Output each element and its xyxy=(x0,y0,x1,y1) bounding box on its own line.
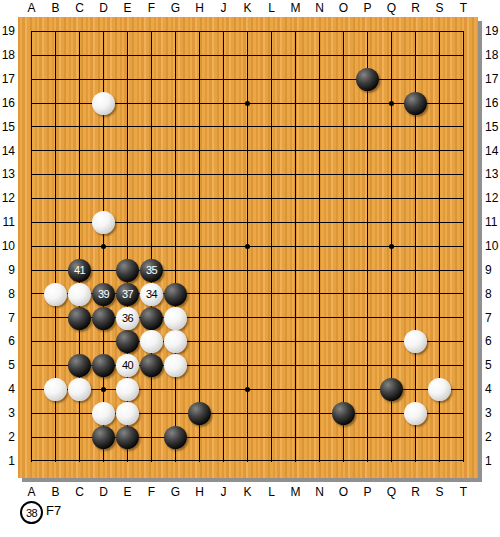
row-label-right-11: 11 xyxy=(485,215,500,230)
col-label-top-K: K xyxy=(236,1,260,15)
stone-black-C9: 41 xyxy=(68,259,91,282)
row-label-right-7: 7 xyxy=(485,311,500,326)
row-label-right-4: 4 xyxy=(485,382,500,397)
stone-white-C4 xyxy=(68,378,91,401)
col-label-top-N: N xyxy=(308,1,332,15)
star-point-D4 xyxy=(101,387,106,392)
row-label-left-11: 11 xyxy=(0,215,15,230)
col-label-bottom-L: L xyxy=(260,485,284,499)
col-label-top-T: T xyxy=(452,1,476,15)
row-label-left-7: 7 xyxy=(0,311,15,326)
col-label-bottom-A: A xyxy=(20,485,44,499)
row-label-right-12: 12 xyxy=(485,191,500,206)
col-label-top-S: S xyxy=(428,1,452,15)
star-point-K10 xyxy=(245,244,250,249)
stone-black-D2 xyxy=(92,426,115,449)
stone-black-H3 xyxy=(188,402,211,425)
stone-white-B4 xyxy=(44,378,67,401)
col-label-top-R: R xyxy=(404,1,428,15)
col-label-bottom-G: G xyxy=(164,485,188,499)
row-label-left-4: 4 xyxy=(0,382,15,397)
col-label-top-D: D xyxy=(92,1,116,15)
row-label-right-5: 5 xyxy=(485,358,500,373)
row-label-left-3: 3 xyxy=(0,406,15,421)
stone-black-E9 xyxy=(116,259,139,282)
col-label-bottom-Q: Q xyxy=(380,485,404,499)
col-label-bottom-P: P xyxy=(356,485,380,499)
stone-black-E8: 37 xyxy=(116,283,139,306)
col-label-top-F: F xyxy=(140,1,164,15)
stone-black-O3 xyxy=(332,402,355,425)
star-point-K16 xyxy=(245,101,250,106)
caption-move-stone-icon: 38 xyxy=(20,501,43,524)
col-label-bottom-C: C xyxy=(68,485,92,499)
col-label-bottom-B: B xyxy=(44,485,68,499)
col-label-top-O: O xyxy=(332,1,356,15)
row-label-right-17: 17 xyxy=(485,72,500,87)
row-label-right-8: 8 xyxy=(485,287,500,302)
col-label-top-E: E xyxy=(116,1,140,15)
col-label-bottom-R: R xyxy=(404,485,428,499)
col-label-bottom-E: E xyxy=(116,485,140,499)
stone-white-S4 xyxy=(428,378,451,401)
stone-black-F7 xyxy=(140,307,163,330)
stone-black-G2 xyxy=(164,426,187,449)
star-point-D10 xyxy=(101,244,106,249)
stone-white-F6 xyxy=(140,330,163,353)
stone-white-D16 xyxy=(92,92,115,115)
row-label-right-3: 3 xyxy=(485,406,500,421)
row-label-right-1: 1 xyxy=(485,454,500,469)
row-label-left-15: 15 xyxy=(0,120,15,135)
stone-white-R6 xyxy=(404,330,427,353)
stone-white-D3 xyxy=(92,402,115,425)
stone-white-E7: 36 xyxy=(116,307,139,330)
stone-white-R3 xyxy=(404,402,427,425)
stone-white-G5 xyxy=(164,354,187,377)
row-label-right-14: 14 xyxy=(485,144,500,159)
row-label-left-17: 17 xyxy=(0,72,15,87)
stone-black-D5 xyxy=(92,354,115,377)
stone-layer: 41353937343640 xyxy=(20,20,476,473)
col-label-bottom-T: T xyxy=(452,485,476,499)
star-point-Q10 xyxy=(389,244,394,249)
row-label-right-16: 16 xyxy=(485,96,500,111)
row-label-right-2: 2 xyxy=(485,430,500,445)
stone-black-E2 xyxy=(116,426,139,449)
stone-black-D8: 39 xyxy=(92,283,115,306)
row-label-left-16: 16 xyxy=(0,96,15,111)
star-point-Q16 xyxy=(389,101,394,106)
row-label-left-5: 5 xyxy=(0,358,15,373)
stone-black-F5 xyxy=(140,354,163,377)
stone-white-E4 xyxy=(116,378,139,401)
row-label-left-10: 10 xyxy=(0,239,15,254)
col-label-bottom-J: J xyxy=(212,485,236,499)
row-label-left-2: 2 xyxy=(0,430,15,445)
row-label-left-6: 6 xyxy=(0,334,15,349)
col-label-bottom-F: F xyxy=(140,485,164,499)
stone-white-F8: 34 xyxy=(140,283,163,306)
stone-white-D11 xyxy=(92,211,115,234)
row-label-left-12: 12 xyxy=(0,191,15,206)
col-label-bottom-S: S xyxy=(428,485,452,499)
col-label-top-B: B xyxy=(44,1,68,15)
stone-white-E5: 40 xyxy=(116,354,139,377)
col-label-top-M: M xyxy=(284,1,308,15)
stone-white-E3 xyxy=(116,402,139,425)
star-point-K4 xyxy=(245,387,250,392)
stone-white-B8 xyxy=(44,283,67,306)
col-label-bottom-H: H xyxy=(188,485,212,499)
col-label-bottom-K: K xyxy=(236,485,260,499)
col-label-top-L: L xyxy=(260,1,284,15)
row-label-left-13: 13 xyxy=(0,167,15,182)
row-label-left-19: 19 xyxy=(0,24,15,39)
row-label-right-15: 15 xyxy=(485,120,500,135)
col-label-bottom-O: O xyxy=(332,485,356,499)
col-label-top-G: G xyxy=(164,1,188,15)
col-label-top-P: P xyxy=(356,1,380,15)
stone-black-C5 xyxy=(68,354,91,377)
stone-black-R16 xyxy=(404,92,427,115)
row-label-right-9: 9 xyxy=(485,263,500,278)
col-label-bottom-M: M xyxy=(284,485,308,499)
stone-black-G8 xyxy=(164,283,187,306)
stone-black-C7 xyxy=(68,307,91,330)
row-label-left-18: 18 xyxy=(0,48,15,63)
stone-black-P17 xyxy=(356,68,379,91)
stone-white-G7 xyxy=(164,307,187,330)
row-label-right-10: 10 xyxy=(485,239,500,254)
stone-white-C8 xyxy=(68,283,91,306)
row-label-right-13: 13 xyxy=(485,167,500,182)
stone-black-E6 xyxy=(116,330,139,353)
stone-black-D7 xyxy=(92,307,115,330)
row-label-right-18: 18 xyxy=(485,48,500,63)
col-label-bottom-D: D xyxy=(92,485,116,499)
row-label-left-9: 9 xyxy=(0,263,15,278)
row-label-right-19: 19 xyxy=(485,24,500,39)
row-label-left-14: 14 xyxy=(0,144,15,159)
row-label-left-8: 8 xyxy=(0,287,15,302)
stone-white-G6 xyxy=(164,330,187,353)
stone-black-F9: 35 xyxy=(140,259,163,282)
col-label-top-Q: Q xyxy=(380,1,404,15)
stone-black-Q4 xyxy=(380,378,403,401)
row-label-right-6: 6 xyxy=(485,334,500,349)
go-diagram-screen: 41353937343640 AABBCCDDEEFFGGHHJJKKLLMMN… xyxy=(0,0,500,537)
row-label-left-1: 1 xyxy=(0,454,15,469)
col-label-top-J: J xyxy=(212,1,236,15)
col-label-bottom-N: N xyxy=(308,485,332,499)
col-label-top-A: A xyxy=(20,1,44,15)
caption-move-point: F7 xyxy=(46,503,61,518)
col-label-top-C: C xyxy=(68,1,92,15)
col-label-top-H: H xyxy=(188,1,212,15)
